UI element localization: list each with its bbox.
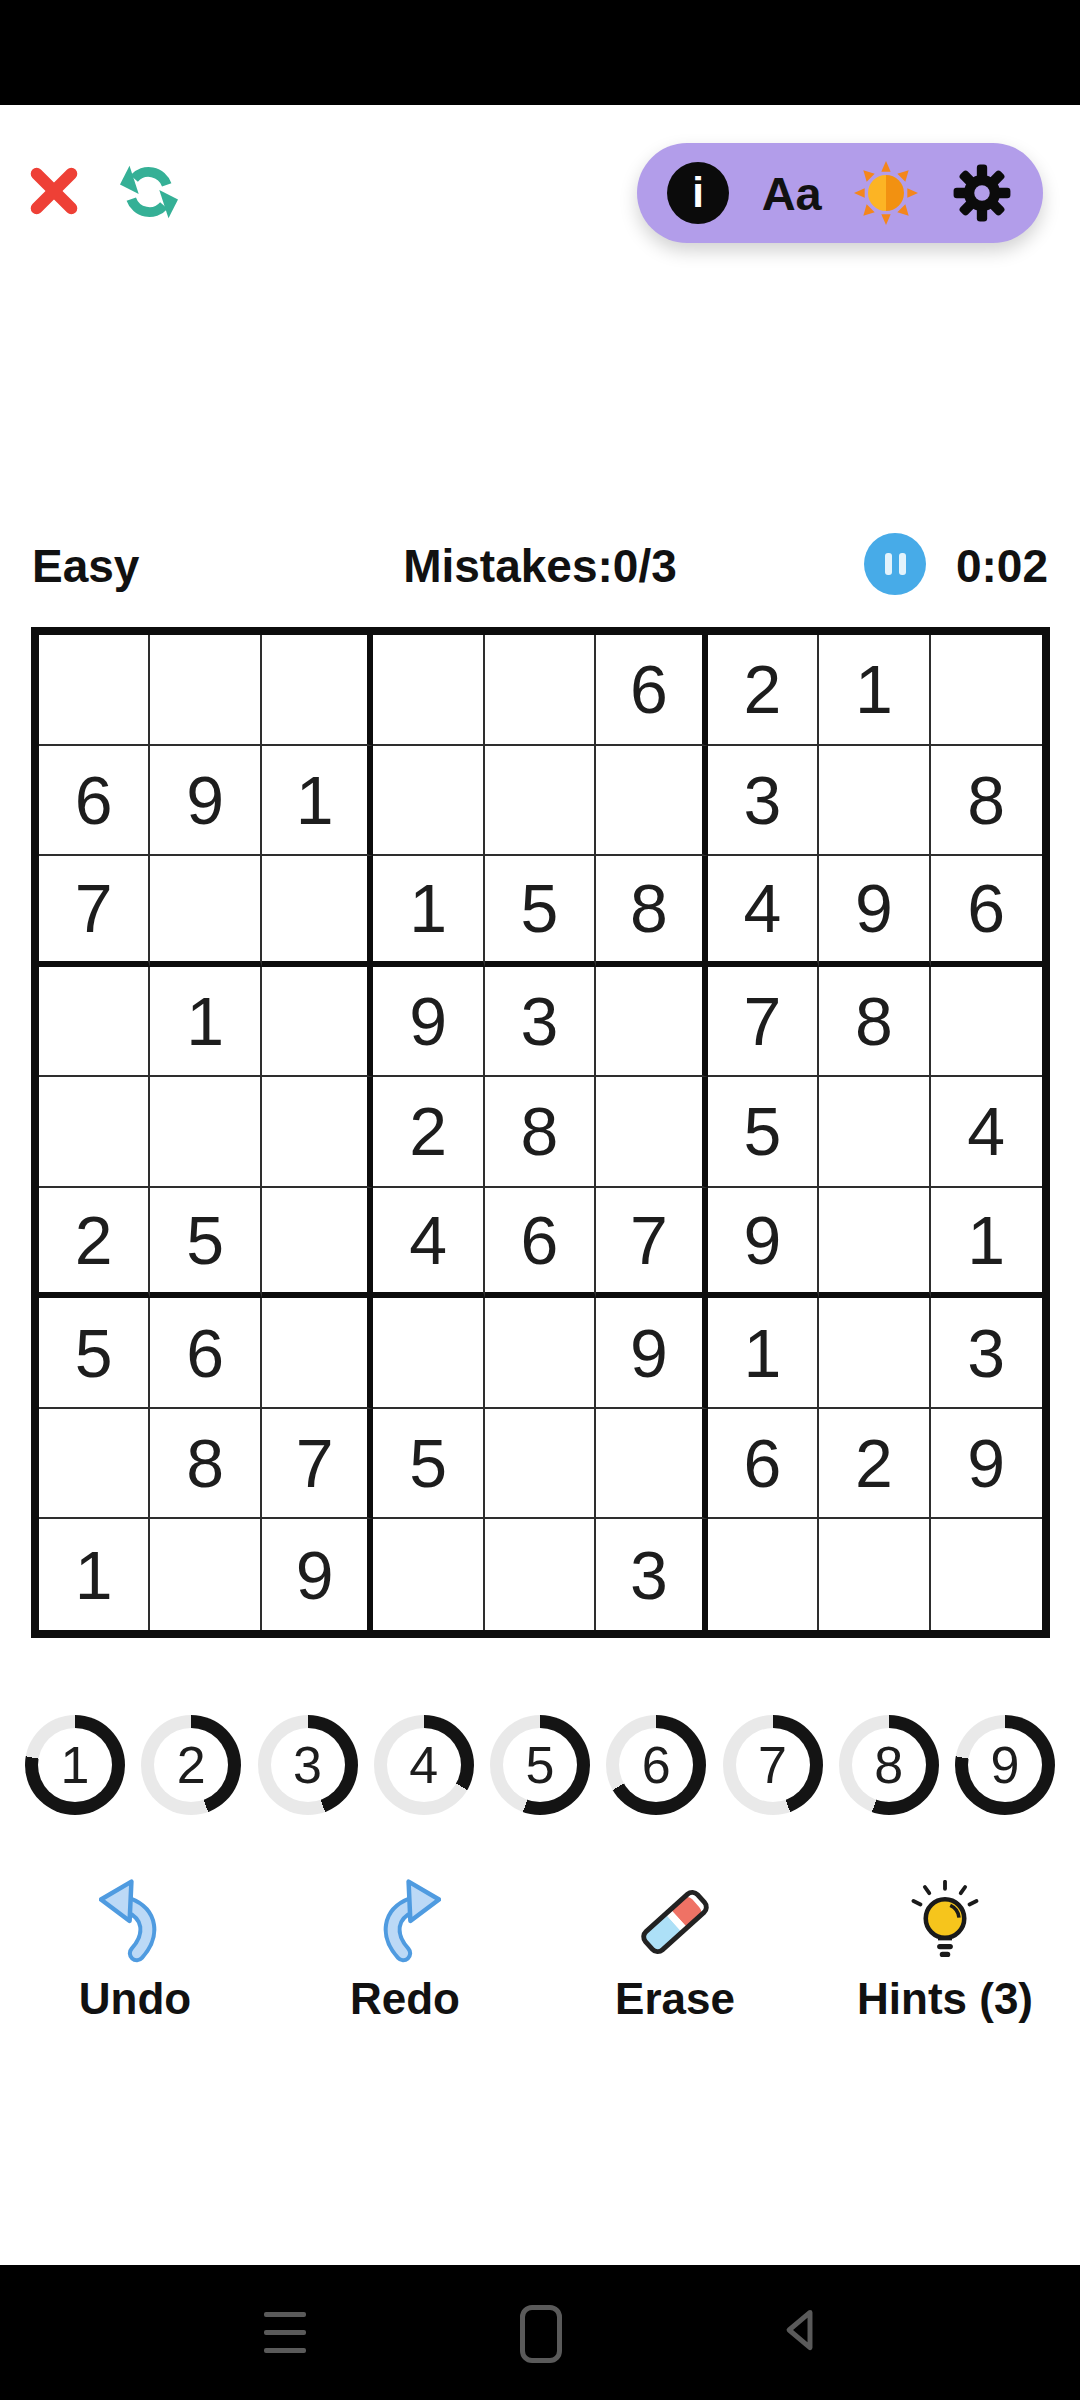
cell-r2c5[interactable] [485, 746, 596, 857]
cell-r4c5[interactable]: 3 [485, 967, 596, 1078]
recents-icon[interactable] [264, 2312, 306, 2353]
cell-r4c7[interactable]: 7 [708, 967, 819, 1078]
cell-r6c9[interactable]: 1 [931, 1188, 1042, 1299]
info-button[interactable]: i [667, 162, 729, 224]
cell-r7c1[interactable]: 5 [39, 1298, 150, 1409]
cell-r6c1[interactable]: 2 [39, 1188, 150, 1299]
cell-r9c3[interactable]: 9 [262, 1519, 373, 1630]
close-icon [28, 164, 80, 218]
cell-r5c8[interactable] [819, 1077, 930, 1188]
cell-r8c6[interactable] [596, 1409, 707, 1520]
cell-r9c4[interactable] [373, 1519, 484, 1630]
cell-r9c9[interactable] [931, 1519, 1042, 1630]
cell-r1c4[interactable] [373, 635, 484, 746]
cell-r4c2[interactable]: 1 [150, 967, 261, 1078]
cell-r2c1[interactable]: 6 [39, 746, 150, 857]
sun-icon [854, 161, 918, 225]
cell-r5c2[interactable] [150, 1077, 261, 1188]
numpad-digit: 7 [736, 1728, 810, 1802]
cell-r4c3[interactable] [262, 967, 373, 1078]
cell-r3c7[interactable]: 4 [708, 856, 819, 967]
cell-r6c2[interactable]: 5 [150, 1188, 261, 1299]
cell-r7c2[interactable]: 6 [150, 1298, 261, 1409]
cell-r4c8[interactable]: 8 [819, 967, 930, 1078]
numpad-3[interactable]: 3 [258, 1715, 358, 1815]
numpad-digit: 1 [38, 1728, 112, 1802]
cell-r1c1[interactable] [39, 635, 150, 746]
cell-r1c7[interactable]: 2 [708, 635, 819, 746]
back-icon[interactable] [782, 2308, 816, 2356]
cell-r7c5[interactable] [485, 1298, 596, 1409]
cell-r3c8[interactable]: 9 [819, 856, 930, 967]
restart-button[interactable] [114, 158, 184, 226]
numpad-2[interactable]: 2 [141, 1715, 241, 1815]
sudoku-app-screen: i Aa [0, 0, 1080, 2400]
cell-r1c9[interactable] [931, 635, 1042, 746]
numpad-digit: 5 [503, 1728, 577, 1802]
cell-r6c6[interactable]: 7 [596, 1188, 707, 1299]
cell-r1c3[interactable] [262, 635, 373, 746]
cell-r9c1[interactable]: 1 [39, 1519, 150, 1630]
erase-button[interactable]: Erase [540, 1872, 810, 2024]
numpad-5[interactable]: 5 [490, 1715, 590, 1815]
home-icon[interactable] [520, 2305, 562, 2363]
cell-r7c3[interactable] [262, 1298, 373, 1409]
numpad-1[interactable]: 1 [25, 1715, 125, 1815]
timer: 0:02 [956, 539, 1048, 593]
theme-button[interactable] [854, 161, 918, 225]
cell-r5c6[interactable] [596, 1077, 707, 1188]
font-button[interactable]: Aa [762, 166, 822, 221]
cell-r3c1[interactable]: 7 [39, 856, 150, 967]
cell-r6c8[interactable] [819, 1188, 930, 1299]
cell-r1c6[interactable]: 6 [596, 635, 707, 746]
cell-r8c7[interactable]: 6 [708, 1409, 819, 1520]
cell-r7c9[interactable]: 3 [931, 1298, 1042, 1409]
cell-r9c2[interactable] [150, 1519, 261, 1630]
cell-r9c5[interactable] [485, 1519, 596, 1630]
cell-r3c9[interactable]: 6 [931, 856, 1042, 967]
cell-r2c6[interactable] [596, 746, 707, 857]
cell-r2c9[interactable]: 8 [931, 746, 1042, 857]
settings-pill: i Aa [637, 143, 1043, 243]
toolbar: Undo Redo [0, 1872, 1080, 2024]
gear-icon [951, 162, 1013, 224]
cell-r7c6[interactable]: 9 [596, 1298, 707, 1409]
cell-r4c4[interactable]: 9 [373, 967, 484, 1078]
redo-label: Redo [350, 1974, 460, 2024]
numpad-6[interactable]: 6 [606, 1715, 706, 1815]
cell-r8c9[interactable]: 9 [931, 1409, 1042, 1520]
cell-r2c7[interactable]: 3 [708, 746, 819, 857]
cell-r8c3[interactable]: 7 [262, 1409, 373, 1520]
status-bar [0, 0, 1080, 105]
numpad-4[interactable]: 4 [374, 1715, 474, 1815]
lightbulb-icon [903, 1880, 987, 1964]
cell-r7c4[interactable] [373, 1298, 484, 1409]
cell-r2c8[interactable] [819, 746, 930, 857]
cell-r2c2[interactable]: 9 [150, 746, 261, 857]
numpad-digit: 6 [619, 1728, 693, 1802]
refresh-icon [114, 158, 184, 226]
cell-r5c7[interactable]: 5 [708, 1077, 819, 1188]
undo-icon [99, 1878, 171, 1964]
numpad-9[interactable]: 9 [955, 1715, 1055, 1815]
pause-button[interactable] [864, 533, 926, 595]
numpad-8[interactable]: 8 [839, 1715, 939, 1815]
cell-r3c5[interactable]: 5 [485, 856, 596, 967]
sudoku-board: 6216913871584961937828542546791569138756… [31, 627, 1050, 1638]
cell-r8c4[interactable]: 5 [373, 1409, 484, 1520]
info-icon: i [692, 169, 704, 217]
cell-r2c3[interactable]: 1 [262, 746, 373, 857]
cell-r1c5[interactable] [485, 635, 596, 746]
eraser-icon [633, 1880, 717, 1964]
cell-r7c7[interactable]: 1 [708, 1298, 819, 1409]
redo-button[interactable]: Redo [270, 1872, 540, 2024]
cell-r5c1[interactable] [39, 1077, 150, 1188]
cell-r5c9[interactable]: 4 [931, 1077, 1042, 1188]
hints-button[interactable]: Hints (3) [810, 1872, 1080, 2024]
numpad-7[interactable]: 7 [723, 1715, 823, 1815]
erase-label: Erase [615, 1974, 735, 2024]
cell-r3c6[interactable]: 8 [596, 856, 707, 967]
cell-r3c3[interactable] [262, 856, 373, 967]
numpad-digit: 8 [852, 1728, 926, 1802]
numpad-digit: 9 [968, 1728, 1042, 1802]
cell-r9c8[interactable] [819, 1519, 930, 1630]
redo-icon [369, 1878, 441, 1964]
cell-r8c5[interactable] [485, 1409, 596, 1520]
numpad-digit: 3 [271, 1728, 345, 1802]
cell-r8c8[interactable]: 2 [819, 1409, 930, 1520]
close-button[interactable] [28, 164, 80, 218]
numpad-digit: 4 [387, 1728, 461, 1802]
cell-r6c3[interactable] [262, 1188, 373, 1299]
cell-r1c8[interactable]: 1 [819, 635, 930, 746]
cell-r6c4[interactable]: 4 [373, 1188, 484, 1299]
undo-button[interactable]: Undo [0, 1872, 270, 2024]
cell-r4c1[interactable] [39, 967, 150, 1078]
cell-r9c7[interactable] [708, 1519, 819, 1630]
settings-button[interactable] [951, 162, 1013, 224]
cell-r1c2[interactable] [150, 635, 261, 746]
pause-icon [885, 553, 892, 575]
cell-r3c2[interactable] [150, 856, 261, 967]
undo-label: Undo [79, 1974, 191, 2024]
cell-r3c4[interactable]: 1 [373, 856, 484, 967]
numpad-digit: 2 [154, 1728, 228, 1802]
cell-r4c6[interactable] [596, 967, 707, 1078]
cell-r8c2[interactable]: 8 [150, 1409, 261, 1520]
cell-r5c3[interactable] [262, 1077, 373, 1188]
cell-r6c7[interactable]: 9 [708, 1188, 819, 1299]
cell-r2c4[interactable] [373, 746, 484, 857]
cell-r9c6[interactable]: 3 [596, 1519, 707, 1630]
cell-r5c5[interactable]: 8 [485, 1077, 596, 1188]
cell-r7c8[interactable] [819, 1298, 930, 1409]
cell-r8c1[interactable] [39, 1409, 150, 1520]
number-pad: 123456789 [25, 1715, 1055, 1815]
cell-r4c9[interactable] [931, 967, 1042, 1078]
hints-label: Hints (3) [857, 1974, 1033, 2024]
cell-r5c4[interactable]: 2 [373, 1077, 484, 1188]
cell-r6c5[interactable]: 6 [485, 1188, 596, 1299]
